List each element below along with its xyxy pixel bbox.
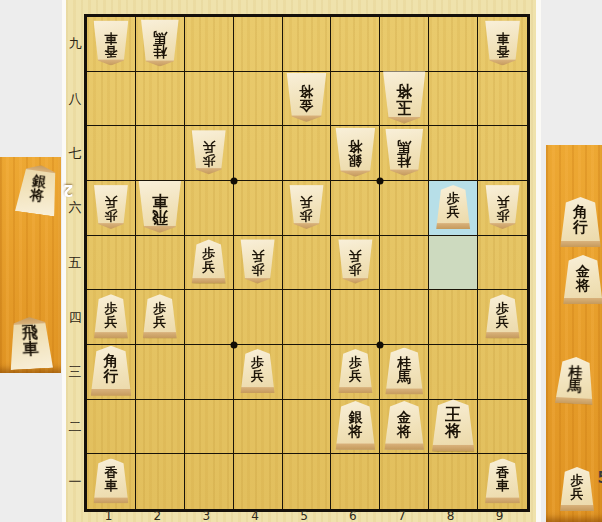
piece-kanji: 金将 bbox=[562, 255, 602, 304]
piece-gote-silver[interactable]: 銀将 bbox=[334, 401, 376, 450]
piece-kanji: 歩兵 bbox=[288, 185, 324, 229]
piece-kanji: 香車 bbox=[92, 20, 129, 65]
rank-labels: 九八七六五四三二一 bbox=[66, 17, 84, 509]
square-1-7[interactable] bbox=[87, 126, 136, 181]
square-8-2[interactable]: 王将 bbox=[429, 400, 478, 455]
square-9-3[interactable] bbox=[478, 345, 527, 400]
square-5-9[interactable] bbox=[283, 17, 332, 72]
square-5-7[interactable] bbox=[283, 126, 332, 181]
square-9-7[interactable] bbox=[478, 126, 527, 181]
square-1-9[interactable]: 香車 bbox=[87, 17, 136, 72]
piece-kanji: 歩兵 bbox=[485, 185, 521, 229]
piece-kanji: 歩兵 bbox=[337, 240, 373, 284]
file-label-3: 3 bbox=[182, 509, 231, 522]
hand-count-badge: 5 bbox=[598, 469, 602, 487]
square-4-4[interactable] bbox=[234, 290, 283, 345]
piece-kanji: 香車 bbox=[484, 20, 521, 65]
rank-label-5: 五 bbox=[66, 236, 84, 291]
file-label-1: 1 bbox=[84, 509, 133, 522]
piece-kanji: 銀将 bbox=[14, 162, 62, 216]
square-4-2[interactable] bbox=[234, 400, 283, 455]
square-7-8[interactable]: 玉将 bbox=[380, 72, 429, 127]
square-3-7[interactable]: 歩兵 bbox=[185, 126, 234, 181]
piece-gote-pawn[interactable]: 歩兵 bbox=[559, 467, 595, 511]
piece-sente-rook[interactable]: 飛車 bbox=[137, 181, 182, 233]
square-2-2[interactable] bbox=[136, 400, 185, 455]
square-5-5[interactable] bbox=[283, 236, 332, 291]
piece-kanji: 桂馬 bbox=[554, 356, 596, 405]
piece-kanji: 桂馬 bbox=[140, 19, 180, 66]
piece-kanji: 飛車 bbox=[137, 181, 182, 233]
piece-gote-knight[interactable]: 桂馬 bbox=[384, 347, 424, 394]
piece-sente-lance[interactable]: 香車 bbox=[484, 20, 521, 65]
piece-kanji: 桂馬 bbox=[384, 347, 424, 394]
square-8-1[interactable] bbox=[429, 454, 478, 509]
square-5-6[interactable]: 歩兵 bbox=[283, 181, 332, 236]
piece-gote-lance[interactable]: 香車 bbox=[92, 458, 129, 503]
hand-piece-gote-knight[interactable]: 桂馬 bbox=[555, 357, 595, 404]
square-6-2[interactable]: 銀将 bbox=[331, 400, 380, 455]
square-6-3[interactable]: 歩兵 bbox=[331, 345, 380, 400]
shogi-app: 九八七六五四三二一 香車桂馬香車金将玉将歩兵銀将桂馬歩兵飛車歩兵歩兵歩兵歩兵歩兵… bbox=[0, 0, 602, 522]
piece-sente-pawn[interactable]: 歩兵 bbox=[191, 130, 227, 174]
piece-kanji: 歩兵 bbox=[240, 349, 276, 393]
hoshi-dot bbox=[377, 178, 384, 185]
piece-sente-pawn[interactable]: 歩兵 bbox=[93, 185, 129, 229]
square-7-4[interactable] bbox=[380, 290, 429, 345]
piece-sente-pawn[interactable]: 歩兵 bbox=[337, 240, 373, 284]
piece-sente-rook[interactable]: 飛車 bbox=[7, 316, 55, 370]
square-7-2[interactable]: 金将 bbox=[380, 400, 429, 455]
piece-kanji: 玉将 bbox=[382, 71, 427, 123]
square-2-5[interactable] bbox=[136, 236, 185, 291]
file-label-8: 8 bbox=[426, 509, 475, 522]
rank-label-1: 一 bbox=[66, 454, 84, 509]
piece-gote-pawn[interactable]: 歩兵 bbox=[191, 240, 227, 284]
square-8-9[interactable] bbox=[429, 17, 478, 72]
hand-piece-gote-pawn[interactable]: 歩兵5 bbox=[559, 467, 595, 511]
piece-gote-gold[interactable]: 金将 bbox=[562, 255, 602, 304]
piece-sente-pawn[interactable]: 歩兵 bbox=[288, 185, 324, 229]
file-label-7: 7 bbox=[377, 509, 426, 522]
square-9-1[interactable]: 香車 bbox=[478, 454, 527, 509]
square-2-6[interactable]: 飛車 bbox=[136, 181, 185, 236]
square-1-4[interactable]: 歩兵 bbox=[87, 290, 136, 345]
hoshi-dot bbox=[377, 342, 384, 349]
piece-kanji: 歩兵 bbox=[435, 185, 471, 229]
square-8-7[interactable] bbox=[429, 126, 478, 181]
piece-kanji: 歩兵 bbox=[142, 294, 178, 338]
piece-kanji: 桂馬 bbox=[384, 129, 424, 176]
square-7-1[interactable] bbox=[380, 454, 429, 509]
piece-kanji: 歩兵 bbox=[240, 240, 276, 284]
square-3-1[interactable] bbox=[185, 454, 234, 509]
square-2-7[interactable] bbox=[136, 126, 185, 181]
file-labels: 123456789 bbox=[84, 509, 524, 522]
square-2-3[interactable] bbox=[136, 345, 185, 400]
hoshi-dot bbox=[230, 342, 237, 349]
square-7-9[interactable] bbox=[380, 17, 429, 72]
file-label-4: 4 bbox=[231, 509, 280, 522]
square-4-3[interactable]: 歩兵 bbox=[234, 345, 283, 400]
square-3-4[interactable] bbox=[185, 290, 234, 345]
square-3-2[interactable] bbox=[185, 400, 234, 455]
file-label-9: 9 bbox=[475, 509, 524, 522]
piece-sente-pawn[interactable]: 歩兵 bbox=[240, 240, 276, 284]
square-6-7[interactable]: 銀将 bbox=[331, 126, 380, 181]
square-1-6[interactable]: 歩兵 bbox=[87, 181, 136, 236]
square-3-5[interactable]: 歩兵 bbox=[185, 236, 234, 291]
rank-label-4: 四 bbox=[66, 290, 84, 345]
piece-gote-pawn[interactable]: 歩兵 bbox=[142, 294, 178, 338]
piece-gote-bishop[interactable]: 角行 bbox=[559, 197, 602, 247]
square-7-6[interactable] bbox=[380, 181, 429, 236]
square-6-4[interactable] bbox=[331, 290, 380, 345]
rank-label-8: 八 bbox=[66, 72, 84, 127]
piece-kanji: 金将 bbox=[285, 73, 327, 122]
square-8-3[interactable] bbox=[429, 345, 478, 400]
piece-gote-bishop[interactable]: 角行 bbox=[89, 346, 132, 396]
piece-sente-silver[interactable]: 銀将 bbox=[14, 162, 62, 216]
square-3-8[interactable] bbox=[185, 72, 234, 127]
square-4-1[interactable] bbox=[234, 454, 283, 509]
square-7-3[interactable]: 桂馬 bbox=[380, 345, 429, 400]
square-2-4[interactable]: 歩兵 bbox=[136, 290, 185, 345]
piece-kanji: 香車 bbox=[92, 458, 129, 503]
square-9-8[interactable] bbox=[478, 72, 527, 127]
square-5-2[interactable] bbox=[283, 400, 332, 455]
piece-gote-king[interactable]: 王将 bbox=[431, 399, 476, 451]
square-4-8[interactable] bbox=[234, 72, 283, 127]
square-2-9[interactable]: 桂馬 bbox=[136, 17, 185, 72]
piece-gote-knight[interactable]: 桂馬 bbox=[554, 356, 596, 405]
square-8-4[interactable] bbox=[429, 290, 478, 345]
piece-kanji: 金将 bbox=[383, 401, 425, 450]
piece-kanji: 香車 bbox=[484, 458, 521, 503]
square-4-6[interactable] bbox=[234, 181, 283, 236]
square-7-5[interactable] bbox=[380, 236, 429, 291]
hand-piece-gote-gold[interactable]: 金将2 bbox=[562, 255, 602, 304]
piece-gote-gold[interactable]: 金将 bbox=[383, 401, 425, 450]
square-8-5[interactable] bbox=[429, 236, 478, 291]
piece-sente-silver[interactable]: 銀将 bbox=[334, 128, 376, 177]
square-1-3[interactable]: 角行 bbox=[87, 345, 136, 400]
square-6-5[interactable]: 歩兵 bbox=[331, 236, 380, 291]
square-4-5[interactable]: 歩兵 bbox=[234, 236, 283, 291]
rank-label-3: 三 bbox=[66, 345, 84, 400]
piece-gote-pawn[interactable]: 歩兵 bbox=[435, 185, 471, 229]
piece-kanji: 角行 bbox=[559, 197, 602, 247]
square-5-3[interactable] bbox=[283, 345, 332, 400]
rank-label-2: 二 bbox=[66, 400, 84, 455]
square-1-5[interactable] bbox=[87, 236, 136, 291]
square-8-6[interactable]: 歩兵 bbox=[429, 181, 478, 236]
square-2-1[interactable] bbox=[136, 454, 185, 509]
square-2-8[interactable] bbox=[136, 72, 185, 127]
komadai-gote-hand: 角行金将2桂馬歩兵5 bbox=[546, 145, 602, 522]
piece-sente-knight[interactable]: 桂馬 bbox=[384, 129, 424, 176]
piece-kanji: 歩兵 bbox=[191, 240, 227, 284]
square-8-8[interactable] bbox=[429, 72, 478, 127]
piece-gote-pawn[interactable]: 歩兵 bbox=[485, 294, 521, 338]
piece-sente-gold[interactable]: 金将 bbox=[285, 73, 327, 122]
piece-kanji: 歩兵 bbox=[559, 467, 595, 511]
square-6-9[interactable] bbox=[331, 17, 380, 72]
square-1-8[interactable] bbox=[87, 72, 136, 127]
piece-sente-lance[interactable]: 香車 bbox=[92, 20, 129, 65]
rank-label-9: 九 bbox=[66, 17, 84, 72]
file-label-2: 2 bbox=[133, 509, 182, 522]
piece-kanji: 銀将 bbox=[334, 401, 376, 450]
square-9-6[interactable]: 歩兵 bbox=[478, 181, 527, 236]
piece-gote-pawn[interactable]: 歩兵 bbox=[93, 294, 129, 338]
board-grid: 香車桂馬香車金将玉将歩兵銀将桂馬歩兵飛車歩兵歩兵歩兵歩兵歩兵歩兵歩兵歩兵歩兵角行… bbox=[84, 14, 530, 512]
rank-label-7: 七 bbox=[66, 126, 84, 181]
square-5-1[interactable] bbox=[283, 454, 332, 509]
hand-count-badge: 2 bbox=[63, 181, 73, 199]
square-9-2[interactable] bbox=[478, 400, 527, 455]
hand-piece-sente-silver[interactable]: 銀将2 bbox=[17, 165, 59, 214]
piece-gote-pawn[interactable]: 歩兵 bbox=[240, 349, 276, 393]
hand-piece-gote-bishop[interactable]: 角行 bbox=[559, 197, 602, 247]
file-label-6: 6 bbox=[328, 509, 377, 522]
hoshi-dot bbox=[230, 178, 237, 185]
piece-sente-king[interactable]: 玉将 bbox=[382, 71, 427, 123]
komadai-sente-hand: 銀将2飛車 bbox=[0, 157, 61, 373]
square-6-1[interactable] bbox=[331, 454, 380, 509]
piece-sente-knight[interactable]: 桂馬 bbox=[140, 19, 180, 66]
piece-gote-pawn[interactable]: 歩兵 bbox=[337, 349, 373, 393]
square-1-1[interactable]: 香車 bbox=[87, 454, 136, 509]
square-9-9[interactable]: 香車 bbox=[478, 17, 527, 72]
piece-gote-lance[interactable]: 香車 bbox=[484, 458, 521, 503]
piece-kanji: 歩兵 bbox=[485, 294, 521, 338]
square-1-2[interactable] bbox=[87, 400, 136, 455]
piece-kanji: 歩兵 bbox=[93, 294, 129, 338]
square-3-9[interactable] bbox=[185, 17, 234, 72]
square-7-7[interactable]: 桂馬 bbox=[380, 126, 429, 181]
piece-kanji: 歩兵 bbox=[191, 130, 227, 174]
square-9-4[interactable]: 歩兵 bbox=[478, 290, 527, 345]
square-3-6[interactable] bbox=[185, 181, 234, 236]
piece-kanji: 歩兵 bbox=[93, 185, 129, 229]
square-6-8[interactable] bbox=[331, 72, 380, 127]
square-5-8[interactable]: 金将 bbox=[283, 72, 332, 127]
piece-sente-pawn[interactable]: 歩兵 bbox=[485, 185, 521, 229]
shogi-board-widget: 九八七六五四三二一 香車桂馬香車金将玉将歩兵銀将桂馬歩兵飛車歩兵歩兵歩兵歩兵歩兵… bbox=[62, 0, 541, 522]
square-5-4[interactable] bbox=[283, 290, 332, 345]
square-3-3[interactable] bbox=[185, 345, 234, 400]
square-4-7[interactable] bbox=[234, 126, 283, 181]
piece-kanji: 飛車 bbox=[7, 316, 55, 370]
piece-kanji: 銀将 bbox=[334, 128, 376, 177]
piece-kanji: 王将 bbox=[431, 399, 476, 451]
square-4-9[interactable] bbox=[234, 17, 283, 72]
file-label-5: 5 bbox=[280, 509, 329, 522]
square-6-6[interactable] bbox=[331, 181, 380, 236]
hand-piece-sente-rook[interactable]: 飛車 bbox=[8, 317, 53, 369]
square-9-5[interactable] bbox=[478, 236, 527, 291]
piece-kanji: 角行 bbox=[89, 346, 132, 396]
piece-kanji: 歩兵 bbox=[337, 349, 373, 393]
